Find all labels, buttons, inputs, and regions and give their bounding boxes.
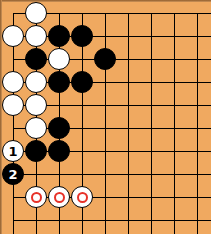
grid-vline — [197, 13, 198, 234]
grid-vline — [151, 13, 152, 234]
move-2-stone: 2 — [2, 163, 24, 185]
white-stone — [25, 94, 47, 116]
grid-hline — [13, 174, 211, 175]
circled-white-stone — [48, 186, 70, 208]
black-stone — [48, 140, 70, 162]
grid-vline — [105, 13, 106, 234]
white-stone — [2, 25, 24, 47]
black-stone — [48, 25, 70, 47]
black-stone — [71, 25, 93, 47]
circled-white-stone — [25, 186, 47, 208]
white-stone — [2, 71, 24, 93]
black-stone — [48, 117, 70, 139]
white-stone — [25, 117, 47, 139]
black-stone — [94, 48, 116, 70]
white-stone — [25, 25, 47, 47]
white-stone — [25, 71, 47, 93]
grid-hline — [13, 220, 211, 221]
white-stone — [25, 2, 47, 24]
grid-vline — [174, 13, 175, 234]
circle-mark-icon — [31, 192, 42, 203]
circled-white-stone — [71, 186, 93, 208]
black-stone — [25, 48, 47, 70]
black-stone — [71, 71, 93, 93]
black-stone — [48, 71, 70, 93]
go-board: 12 — [0, 0, 211, 234]
black-stone — [25, 140, 47, 162]
circle-mark-icon — [54, 192, 65, 203]
circle-mark-icon — [77, 192, 88, 203]
white-stone — [48, 48, 70, 70]
white-stone — [2, 94, 24, 116]
grid-vline — [128, 13, 129, 234]
move-1-stone: 1 — [2, 140, 24, 162]
